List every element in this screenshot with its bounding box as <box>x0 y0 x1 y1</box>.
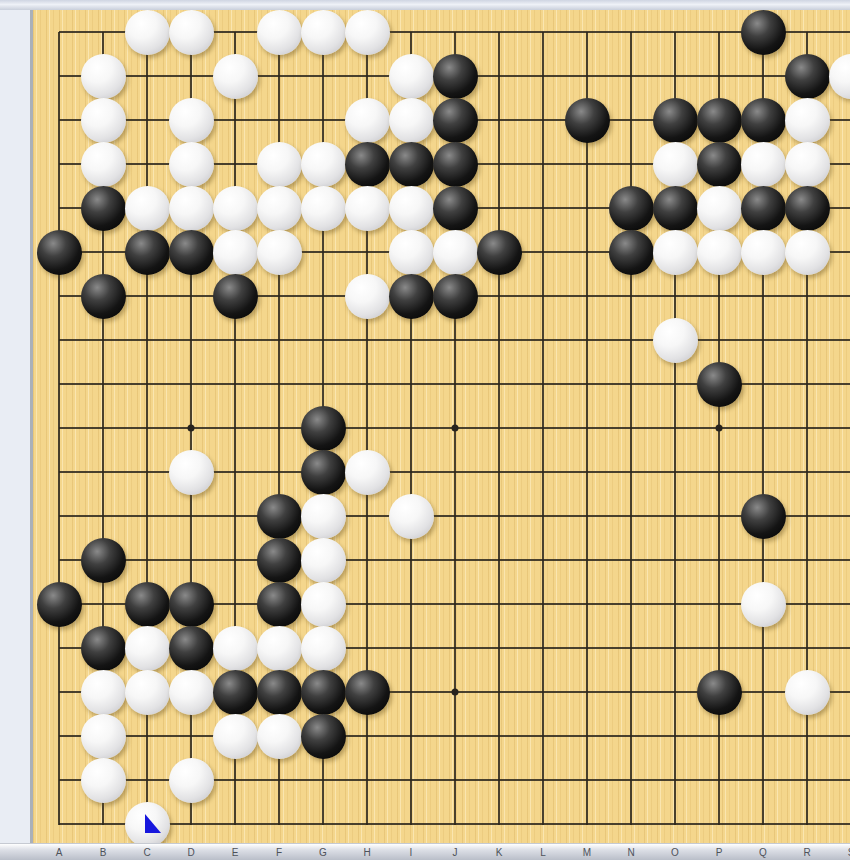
stone-white-G6 <box>301 582 346 627</box>
stone-white-E3 <box>213 714 258 759</box>
stone-white-B17 <box>81 98 126 143</box>
stone-black-J17 <box>433 98 478 143</box>
grid-hline-3 <box>59 735 850 736</box>
stone-white-D15 <box>169 186 214 231</box>
stone-black-J18 <box>433 54 478 99</box>
coord-label-P: P <box>716 846 723 859</box>
stone-white-D2 <box>169 758 214 803</box>
stone-black-Q15 <box>741 186 786 231</box>
grid-vline-L <box>542 32 543 825</box>
stone-black-E4 <box>213 670 258 715</box>
stone-white-C4 <box>125 670 170 715</box>
stone-white-J14 <box>433 230 478 275</box>
stone-white-P14 <box>697 230 742 275</box>
coord-label-E: E <box>232 846 239 859</box>
stone-white-H19 <box>345 10 390 55</box>
stone-black-G3 <box>301 714 346 759</box>
stone-white-I18 <box>389 54 434 99</box>
stone-white-G5 <box>301 626 346 671</box>
coord-label-I: I <box>410 846 413 859</box>
stone-white-B18 <box>81 54 126 99</box>
stone-white-B4 <box>81 670 126 715</box>
stone-black-Q17 <box>741 98 786 143</box>
stone-black-G4 <box>301 670 346 715</box>
stone-white-C5 <box>125 626 170 671</box>
stone-white-R17 <box>785 98 830 143</box>
stone-white-B3 <box>81 714 126 759</box>
grid-hline-1 <box>59 823 850 824</box>
stone-black-I13 <box>389 274 434 319</box>
stone-white-D16 <box>169 142 214 187</box>
stone-black-H4 <box>345 670 390 715</box>
stone-white-R16 <box>785 142 830 187</box>
top-strip <box>0 0 850 10</box>
stone-white-I15 <box>389 186 434 231</box>
stone-white-G19 <box>301 10 346 55</box>
stone-white-G7 <box>301 538 346 583</box>
stone-black-D14 <box>169 230 214 275</box>
stone-white-Q16 <box>741 142 786 187</box>
coord-label-F: F <box>276 846 282 859</box>
star-point-J4 <box>452 689 459 696</box>
stone-black-M17 <box>565 98 610 143</box>
stone-white-P15 <box>697 186 742 231</box>
coord-label-J: J <box>453 846 458 859</box>
stone-black-N14 <box>609 230 654 275</box>
star-point-D10 <box>188 425 195 432</box>
stone-black-R18 <box>785 54 830 99</box>
coord-label-M: M <box>583 846 591 859</box>
stone-white-F3 <box>257 714 302 759</box>
stone-white-G16 <box>301 142 346 187</box>
stone-white-F19 <box>257 10 302 55</box>
stone-white-O14 <box>653 230 698 275</box>
stone-black-B15 <box>81 186 126 231</box>
coord-label-K: K <box>496 846 503 859</box>
coord-label-Q: Q <box>759 846 767 859</box>
stone-black-A6 <box>37 582 82 627</box>
stone-black-Q19 <box>741 10 786 55</box>
stone-black-H16 <box>345 142 390 187</box>
stone-black-F7 <box>257 538 302 583</box>
stone-black-P16 <box>697 142 742 187</box>
go-board[interactable] <box>33 10 850 843</box>
stone-white-B16 <box>81 142 126 187</box>
stone-black-K14 <box>477 230 522 275</box>
coordinate-bar: ABCDEFGHIJKLMNOPQRS <box>0 843 850 860</box>
star-point-P10 <box>716 425 723 432</box>
stone-black-F6 <box>257 582 302 627</box>
coord-label-G: G <box>319 846 327 859</box>
grid-vline-K <box>498 32 499 825</box>
stone-black-G10 <box>301 406 346 451</box>
stone-black-F4 <box>257 670 302 715</box>
stone-black-P11 <box>697 362 742 407</box>
stone-white-E18 <box>213 54 258 99</box>
stone-white-I17 <box>389 98 434 143</box>
stone-white-R14 <box>785 230 830 275</box>
go-app-window: ABCDEFGHIJKLMNOPQRS <box>0 0 850 860</box>
stone-black-Q8 <box>741 494 786 539</box>
stone-white-H13 <box>345 274 390 319</box>
stone-white-S18 <box>829 54 850 99</box>
stone-white-O12 <box>653 318 698 363</box>
stone-black-O15 <box>653 186 698 231</box>
coord-label-N: N <box>627 846 634 859</box>
stone-white-G15 <box>301 186 346 231</box>
grid-hline-7 <box>59 559 850 560</box>
stone-white-Q14 <box>741 230 786 275</box>
stone-white-E14 <box>213 230 258 275</box>
stone-black-C6 <box>125 582 170 627</box>
stone-black-R15 <box>785 186 830 231</box>
coord-label-L: L <box>540 846 546 859</box>
coord-label-H: H <box>363 846 370 859</box>
coord-label-O: O <box>671 846 679 859</box>
stone-white-F15 <box>257 186 302 231</box>
stone-white-H17 <box>345 98 390 143</box>
stone-white-H15 <box>345 186 390 231</box>
stone-black-N15 <box>609 186 654 231</box>
stone-black-B13 <box>81 274 126 319</box>
stone-black-D6 <box>169 582 214 627</box>
stone-black-C14 <box>125 230 170 275</box>
stone-black-I16 <box>389 142 434 187</box>
stone-black-B7 <box>81 538 126 583</box>
stone-black-B5 <box>81 626 126 671</box>
coord-label-D: D <box>187 846 194 859</box>
stone-black-P17 <box>697 98 742 143</box>
stone-black-P4 <box>697 670 742 715</box>
star-point-J10 <box>452 425 459 432</box>
stone-white-E15 <box>213 186 258 231</box>
stone-white-D19 <box>169 10 214 55</box>
grid-hline-8 <box>59 515 850 516</box>
stone-black-A14 <box>37 230 82 275</box>
coord-label-A: A <box>56 846 63 859</box>
stone-white-I14 <box>389 230 434 275</box>
stone-black-G9 <box>301 450 346 495</box>
coord-label-R: R <box>803 846 810 859</box>
stone-white-R4 <box>785 670 830 715</box>
stone-white-F5 <box>257 626 302 671</box>
stone-white-G8 <box>301 494 346 539</box>
stone-white-Q6 <box>741 582 786 627</box>
stone-white-D4 <box>169 670 214 715</box>
stone-white-H9 <box>345 450 390 495</box>
stone-white-C15 <box>125 186 170 231</box>
stone-white-E5 <box>213 626 258 671</box>
stone-white-B2 <box>81 758 126 803</box>
coord-label-C: C <box>143 846 150 859</box>
stone-black-J15 <box>433 186 478 231</box>
stone-black-J13 <box>433 274 478 319</box>
grid-vline-M <box>586 32 587 825</box>
stone-black-F8 <box>257 494 302 539</box>
stone-white-O16 <box>653 142 698 187</box>
stone-white-D9 <box>169 450 214 495</box>
stone-white-F14 <box>257 230 302 275</box>
stone-white-F16 <box>257 142 302 187</box>
stone-black-E13 <box>213 274 258 319</box>
stone-white-I8 <box>389 494 434 539</box>
stone-black-J16 <box>433 142 478 187</box>
stone-white-C19 <box>125 10 170 55</box>
stone-black-O17 <box>653 98 698 143</box>
coord-label-B: B <box>100 846 107 859</box>
stone-black-D5 <box>169 626 214 671</box>
stone-white-D17 <box>169 98 214 143</box>
grid-vline-N <box>630 32 631 825</box>
